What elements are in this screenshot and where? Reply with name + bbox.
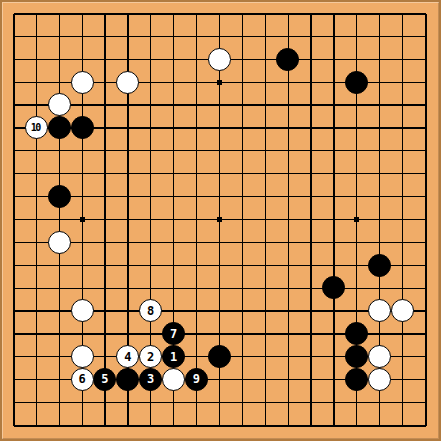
intersection[interactable] — [231, 391, 254, 414]
intersection[interactable] — [94, 185, 117, 208]
intersection[interactable] — [71, 94, 94, 117]
intersection[interactable] — [391, 437, 414, 441]
intersection[interactable] — [139, 277, 162, 300]
intersection[interactable] — [2, 299, 25, 322]
intersection[interactable] — [94, 71, 117, 94]
intersection[interactable] — [391, 231, 414, 254]
intersection[interactable] — [2, 322, 25, 345]
intersection[interactable] — [185, 71, 208, 94]
intersection[interactable] — [139, 162, 162, 185]
intersection[interactable] — [185, 322, 208, 345]
intersection[interactable] — [25, 414, 48, 437]
intersection[interactable] — [231, 277, 254, 300]
intersection[interactable] — [254, 2, 277, 25]
intersection[interactable] — [25, 277, 48, 300]
intersection[interactable] — [299, 299, 322, 322]
intersection[interactable] — [299, 254, 322, 277]
intersection[interactable] — [322, 391, 345, 414]
intersection[interactable] — [48, 299, 71, 322]
intersection[interactable] — [322, 25, 345, 48]
intersection[interactable] — [2, 368, 25, 391]
intersection[interactable] — [414, 94, 437, 117]
intersection[interactable] — [345, 2, 368, 25]
intersection[interactable] — [277, 162, 300, 185]
intersection[interactable] — [25, 368, 48, 391]
intersection[interactable] — [299, 231, 322, 254]
intersection[interactable] — [116, 254, 139, 277]
intersection[interactable] — [231, 208, 254, 231]
intersection[interactable] — [116, 25, 139, 48]
intersection[interactable] — [299, 139, 322, 162]
intersection[interactable] — [139, 116, 162, 139]
intersection[interactable] — [71, 437, 94, 441]
intersection[interactable] — [322, 48, 345, 71]
intersection[interactable] — [322, 2, 345, 25]
intersection[interactable] — [2, 345, 25, 368]
intersection[interactable] — [414, 71, 437, 94]
intersection[interactable] — [94, 437, 117, 441]
intersection[interactable] — [414, 391, 437, 414]
intersection[interactable] — [254, 231, 277, 254]
intersection[interactable] — [2, 231, 25, 254]
intersection[interactable] — [71, 414, 94, 437]
intersection[interactable] — [254, 71, 277, 94]
intersection[interactable] — [116, 139, 139, 162]
intersection[interactable] — [94, 322, 117, 345]
intersection[interactable] — [71, 254, 94, 277]
intersection[interactable] — [48, 208, 71, 231]
intersection[interactable] — [116, 437, 139, 441]
intersection[interactable] — [185, 25, 208, 48]
intersection[interactable] — [345, 414, 368, 437]
intersection[interactable] — [139, 254, 162, 277]
intersection[interactable] — [185, 414, 208, 437]
intersection[interactable] — [345, 116, 368, 139]
intersection[interactable] — [48, 139, 71, 162]
intersection[interactable] — [185, 185, 208, 208]
intersection[interactable] — [139, 48, 162, 71]
intersection[interactable] — [277, 2, 300, 25]
intersection[interactable] — [162, 71, 185, 94]
intersection[interactable] — [299, 71, 322, 94]
intersection[interactable] — [345, 208, 368, 231]
intersection[interactable] — [25, 208, 48, 231]
intersection[interactable] — [391, 345, 414, 368]
intersection[interactable] — [368, 139, 391, 162]
intersection[interactable] — [322, 345, 345, 368]
intersection[interactable] — [116, 277, 139, 300]
intersection[interactable] — [185, 2, 208, 25]
intersection[interactable] — [345, 48, 368, 71]
intersection[interactable] — [2, 94, 25, 117]
intersection[interactable] — [2, 185, 25, 208]
intersection[interactable] — [299, 414, 322, 437]
intersection[interactable] — [368, 322, 391, 345]
intersection[interactable] — [162, 277, 185, 300]
intersection[interactable] — [299, 25, 322, 48]
intersection[interactable] — [391, 208, 414, 231]
intersection[interactable] — [139, 139, 162, 162]
intersection[interactable] — [25, 25, 48, 48]
intersection[interactable] — [185, 277, 208, 300]
intersection[interactable] — [368, 162, 391, 185]
intersection[interactable] — [185, 208, 208, 231]
intersection[interactable] — [299, 116, 322, 139]
intersection[interactable] — [208, 414, 231, 437]
intersection[interactable] — [368, 116, 391, 139]
intersection[interactable] — [2, 48, 25, 71]
intersection[interactable] — [345, 139, 368, 162]
intersection[interactable] — [94, 94, 117, 117]
intersection[interactable] — [277, 368, 300, 391]
intersection[interactable] — [185, 299, 208, 322]
intersection[interactable] — [231, 368, 254, 391]
intersection[interactable] — [116, 116, 139, 139]
intersection[interactable] — [414, 25, 437, 48]
intersection[interactable] — [48, 162, 71, 185]
intersection[interactable] — [2, 208, 25, 231]
intersection[interactable] — [116, 391, 139, 414]
intersection[interactable] — [391, 71, 414, 94]
intersection[interactable] — [231, 345, 254, 368]
intersection[interactable] — [254, 391, 277, 414]
intersection[interactable] — [345, 299, 368, 322]
intersection[interactable] — [139, 185, 162, 208]
intersection[interactable] — [277, 208, 300, 231]
intersection[interactable] — [254, 139, 277, 162]
intersection[interactable] — [254, 277, 277, 300]
intersection[interactable] — [71, 2, 94, 25]
intersection[interactable] — [185, 116, 208, 139]
intersection[interactable] — [277, 254, 300, 277]
intersection[interactable] — [368, 48, 391, 71]
intersection[interactable] — [277, 185, 300, 208]
intersection[interactable] — [391, 277, 414, 300]
intersection[interactable] — [94, 48, 117, 71]
intersection[interactable] — [116, 299, 139, 322]
intersection[interactable] — [25, 48, 48, 71]
intersection[interactable] — [71, 185, 94, 208]
intersection[interactable] — [94, 139, 117, 162]
intersection[interactable] — [139, 208, 162, 231]
intersection[interactable] — [94, 391, 117, 414]
intersection[interactable] — [139, 437, 162, 441]
intersection[interactable] — [254, 414, 277, 437]
intersection[interactable] — [94, 162, 117, 185]
intersection[interactable] — [414, 231, 437, 254]
intersection[interactable] — [345, 25, 368, 48]
intersection[interactable] — [345, 277, 368, 300]
intersection[interactable] — [322, 162, 345, 185]
intersection[interactable] — [71, 322, 94, 345]
intersection[interactable] — [391, 322, 414, 345]
intersection[interactable] — [116, 185, 139, 208]
intersection[interactable] — [25, 185, 48, 208]
intersection[interactable] — [231, 437, 254, 441]
intersection[interactable] — [277, 322, 300, 345]
intersection[interactable] — [368, 71, 391, 94]
intersection[interactable] — [48, 71, 71, 94]
intersection[interactable] — [208, 322, 231, 345]
intersection[interactable] — [391, 94, 414, 117]
intersection[interactable] — [322, 185, 345, 208]
intersection[interactable] — [48, 254, 71, 277]
intersection[interactable] — [322, 437, 345, 441]
intersection[interactable] — [299, 391, 322, 414]
intersection[interactable] — [94, 277, 117, 300]
intersection[interactable] — [162, 437, 185, 441]
intersection[interactable] — [277, 414, 300, 437]
intersection[interactable] — [208, 299, 231, 322]
intersection[interactable] — [391, 391, 414, 414]
intersection[interactable] — [162, 94, 185, 117]
intersection[interactable] — [231, 94, 254, 117]
intersection[interactable] — [322, 94, 345, 117]
intersection[interactable] — [208, 25, 231, 48]
intersection[interactable] — [254, 116, 277, 139]
intersection[interactable] — [25, 254, 48, 277]
intersection[interactable] — [162, 254, 185, 277]
intersection[interactable] — [345, 254, 368, 277]
intersection[interactable] — [368, 414, 391, 437]
intersection[interactable] — [299, 162, 322, 185]
intersection[interactable] — [208, 2, 231, 25]
intersection[interactable] — [208, 139, 231, 162]
intersection[interactable] — [231, 299, 254, 322]
intersection[interactable] — [71, 231, 94, 254]
intersection[interactable] — [139, 391, 162, 414]
intersection[interactable] — [116, 162, 139, 185]
intersection[interactable] — [391, 185, 414, 208]
intersection[interactable] — [414, 2, 437, 25]
intersection[interactable] — [322, 208, 345, 231]
intersection[interactable] — [231, 414, 254, 437]
intersection[interactable] — [345, 94, 368, 117]
intersection[interactable] — [162, 25, 185, 48]
intersection[interactable] — [299, 437, 322, 441]
intersection[interactable] — [94, 2, 117, 25]
intersection[interactable] — [94, 299, 117, 322]
intersection[interactable] — [185, 48, 208, 71]
intersection[interactable] — [254, 437, 277, 441]
intersection[interactable] — [254, 185, 277, 208]
intersection[interactable] — [414, 162, 437, 185]
intersection[interactable] — [185, 254, 208, 277]
intersection[interactable] — [116, 322, 139, 345]
intersection[interactable] — [322, 299, 345, 322]
intersection[interactable] — [25, 231, 48, 254]
intersection[interactable] — [25, 345, 48, 368]
intersection[interactable] — [231, 254, 254, 277]
intersection[interactable] — [254, 25, 277, 48]
intersection[interactable] — [2, 25, 25, 48]
intersection[interactable] — [208, 368, 231, 391]
intersection[interactable] — [414, 322, 437, 345]
intersection[interactable] — [277, 71, 300, 94]
intersection[interactable] — [414, 48, 437, 71]
intersection[interactable] — [25, 94, 48, 117]
intersection[interactable] — [162, 391, 185, 414]
intersection[interactable] — [391, 254, 414, 277]
intersection[interactable] — [208, 116, 231, 139]
intersection[interactable] — [414, 185, 437, 208]
intersection[interactable] — [299, 368, 322, 391]
intersection[interactable] — [139, 25, 162, 48]
intersection[interactable] — [139, 94, 162, 117]
intersection[interactable] — [391, 25, 414, 48]
intersection[interactable] — [254, 162, 277, 185]
intersection[interactable] — [162, 231, 185, 254]
intersection[interactable] — [48, 2, 71, 25]
intersection[interactable] — [254, 48, 277, 71]
intersection[interactable] — [71, 391, 94, 414]
intersection[interactable] — [368, 437, 391, 441]
intersection[interactable] — [185, 345, 208, 368]
intersection[interactable] — [162, 116, 185, 139]
intersection[interactable] — [414, 414, 437, 437]
intersection[interactable] — [254, 254, 277, 277]
intersection[interactable] — [185, 391, 208, 414]
intersection[interactable] — [139, 322, 162, 345]
intersection[interactable] — [414, 139, 437, 162]
intersection[interactable] — [94, 25, 117, 48]
intersection[interactable] — [322, 231, 345, 254]
intersection[interactable] — [48, 25, 71, 48]
intersection[interactable] — [254, 94, 277, 117]
intersection[interactable] — [94, 231, 117, 254]
intersection[interactable] — [299, 345, 322, 368]
intersection[interactable] — [277, 391, 300, 414]
intersection[interactable] — [414, 277, 437, 300]
intersection[interactable] — [414, 116, 437, 139]
intersection[interactable] — [391, 48, 414, 71]
intersection[interactable] — [345, 185, 368, 208]
intersection[interactable] — [231, 185, 254, 208]
intersection[interactable] — [208, 391, 231, 414]
intersection[interactable] — [208, 94, 231, 117]
intersection[interactable] — [254, 368, 277, 391]
intersection[interactable] — [2, 139, 25, 162]
intersection[interactable] — [2, 162, 25, 185]
intersection[interactable] — [277, 299, 300, 322]
intersection[interactable] — [2, 116, 25, 139]
intersection[interactable] — [208, 437, 231, 441]
intersection[interactable] — [391, 139, 414, 162]
intersection[interactable] — [94, 208, 117, 231]
intersection[interactable] — [162, 139, 185, 162]
intersection[interactable] — [94, 414, 117, 437]
intersection[interactable] — [25, 71, 48, 94]
intersection[interactable] — [231, 139, 254, 162]
intersection[interactable] — [299, 94, 322, 117]
intersection[interactable] — [368, 277, 391, 300]
intersection[interactable] — [162, 2, 185, 25]
intersection[interactable] — [116, 94, 139, 117]
intersection[interactable] — [299, 322, 322, 345]
intersection[interactable] — [299, 208, 322, 231]
intersection[interactable] — [185, 231, 208, 254]
intersection[interactable] — [414, 254, 437, 277]
intersection[interactable] — [25, 299, 48, 322]
intersection[interactable] — [71, 25, 94, 48]
intersection[interactable] — [414, 437, 437, 441]
intersection[interactable] — [231, 25, 254, 48]
intersection[interactable] — [414, 345, 437, 368]
intersection[interactable] — [48, 368, 71, 391]
intersection[interactable] — [116, 48, 139, 71]
intersection[interactable] — [71, 48, 94, 71]
intersection[interactable] — [277, 231, 300, 254]
intersection[interactable] — [277, 345, 300, 368]
intersection[interactable] — [231, 48, 254, 71]
intersection[interactable] — [208, 71, 231, 94]
intersection[interactable] — [277, 25, 300, 48]
intersection[interactable] — [139, 2, 162, 25]
intersection[interactable] — [299, 2, 322, 25]
intersection[interactable] — [345, 391, 368, 414]
intersection[interactable] — [414, 368, 437, 391]
intersection[interactable] — [368, 391, 391, 414]
intersection[interactable] — [231, 116, 254, 139]
intersection[interactable] — [277, 139, 300, 162]
intersection[interactable] — [368, 208, 391, 231]
intersection[interactable] — [185, 162, 208, 185]
intersection[interactable] — [48, 391, 71, 414]
intersection[interactable] — [162, 299, 185, 322]
intersection[interactable] — [25, 391, 48, 414]
intersection[interactable] — [322, 322, 345, 345]
intersection[interactable] — [322, 414, 345, 437]
intersection[interactable] — [277, 277, 300, 300]
intersection[interactable] — [254, 322, 277, 345]
intersection[interactable] — [94, 254, 117, 277]
intersection[interactable] — [322, 71, 345, 94]
intersection[interactable] — [368, 231, 391, 254]
intersection[interactable] — [322, 368, 345, 391]
intersection[interactable] — [25, 162, 48, 185]
intersection[interactable] — [71, 139, 94, 162]
intersection[interactable] — [2, 277, 25, 300]
intersection[interactable] — [322, 116, 345, 139]
intersection[interactable] — [71, 277, 94, 300]
intersection[interactable] — [139, 414, 162, 437]
intersection[interactable] — [345, 231, 368, 254]
intersection[interactable] — [391, 368, 414, 391]
intersection[interactable] — [162, 208, 185, 231]
intersection[interactable] — [391, 116, 414, 139]
intersection[interactable] — [208, 277, 231, 300]
intersection[interactable] — [185, 94, 208, 117]
intersection[interactable] — [299, 277, 322, 300]
intersection[interactable] — [48, 48, 71, 71]
intersection[interactable] — [116, 2, 139, 25]
intersection[interactable] — [116, 208, 139, 231]
intersection[interactable] — [48, 345, 71, 368]
intersection[interactable] — [94, 116, 117, 139]
intersection[interactable] — [391, 2, 414, 25]
intersection[interactable] — [345, 162, 368, 185]
intersection[interactable] — [368, 2, 391, 25]
intersection[interactable] — [139, 231, 162, 254]
intersection[interactable] — [254, 345, 277, 368]
intersection[interactable] — [322, 139, 345, 162]
intersection[interactable] — [254, 299, 277, 322]
intersection[interactable] — [208, 185, 231, 208]
intersection[interactable] — [345, 437, 368, 441]
intersection[interactable] — [208, 162, 231, 185]
intersection[interactable] — [277, 116, 300, 139]
intersection[interactable] — [208, 254, 231, 277]
